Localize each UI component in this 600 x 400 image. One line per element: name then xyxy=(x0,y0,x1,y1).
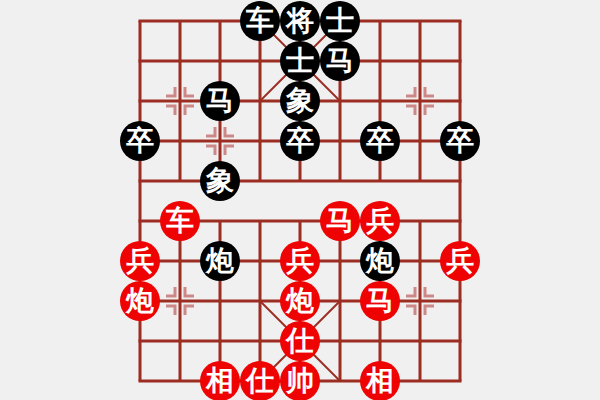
piece-red-advisor[interactable]: 仕 xyxy=(280,321,320,361)
piece-red-horse[interactable]: 马 xyxy=(320,201,360,241)
piece-red-elephant[interactable]: 相 xyxy=(360,361,400,400)
piece-red-soldier[interactable]: 兵 xyxy=(120,241,160,281)
piece-black-soldier[interactable]: 卒 xyxy=(360,121,400,161)
piece-red-cannon[interactable]: 炮 xyxy=(280,281,320,321)
piece-black-elephant[interactable]: 象 xyxy=(200,161,240,201)
piece-black-horse[interactable]: 马 xyxy=(200,81,240,121)
piece-black-cannon[interactable]: 炮 xyxy=(360,241,400,281)
piece-black-soldier[interactable]: 卒 xyxy=(280,121,320,161)
piece-red-soldier[interactable]: 兵 xyxy=(280,241,320,281)
piece-black-cannon[interactable]: 炮 xyxy=(200,241,240,281)
piece-red-general[interactable]: 帅 xyxy=(280,361,320,400)
piece-red-advisor[interactable]: 仕 xyxy=(240,361,280,400)
xiangqi-screenshot: 车将士士马马象卒卒卒卒象炮炮车马兵兵兵兵炮炮马仕相仕帅相 xyxy=(0,0,600,400)
piece-red-elephant[interactable]: 相 xyxy=(200,361,240,400)
piece-black-general[interactable]: 将 xyxy=(280,1,320,41)
piece-black-soldier[interactable]: 卒 xyxy=(440,121,480,161)
pieces-layer: 车将士士马马象卒卒卒卒象炮炮车马兵兵兵兵炮炮马仕相仕帅相 xyxy=(120,1,480,400)
piece-red-soldier[interactable]: 兵 xyxy=(440,241,480,281)
piece-black-advisor[interactable]: 士 xyxy=(320,1,360,41)
piece-black-elephant[interactable]: 象 xyxy=(280,81,320,121)
piece-black-advisor[interactable]: 士 xyxy=(280,41,320,81)
piece-red-soldier[interactable]: 兵 xyxy=(360,201,400,241)
piece-black-chariot[interactable]: 车 xyxy=(240,1,280,41)
piece-black-horse[interactable]: 马 xyxy=(320,41,360,81)
piece-red-cannon[interactable]: 炮 xyxy=(120,281,160,321)
piece-black-soldier[interactable]: 卒 xyxy=(120,121,160,161)
piece-red-chariot[interactable]: 车 xyxy=(160,201,200,241)
xiangqi-board[interactable]: 车将士士马马象卒卒卒卒象炮炮车马兵兵兵兵炮炮马仕相仕帅相 xyxy=(120,1,480,400)
piece-red-horse[interactable]: 马 xyxy=(360,281,400,321)
